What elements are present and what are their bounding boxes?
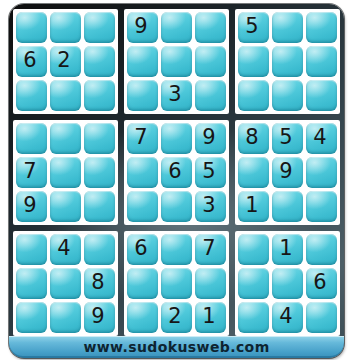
cell-r6c7[interactable]: 1 — [238, 191, 269, 222]
cell-r9c3[interactable]: 9 — [84, 302, 115, 333]
cell-r6c2[interactable] — [50, 191, 81, 222]
cell-r6c1[interactable]: 9 — [16, 191, 47, 222]
cell-r7c4[interactable]: 6 — [127, 234, 158, 265]
cell-r9c6[interactable]: 1 — [195, 302, 226, 333]
cell-r6c9[interactable] — [306, 191, 337, 222]
cell-r5c6[interactable]: 5 — [195, 157, 226, 188]
footer-bar: www.sudokusweb.com — [9, 336, 344, 358]
cell-r6c4[interactable] — [127, 191, 158, 222]
block-7: 489 — [13, 231, 118, 336]
cell-r1c3[interactable] — [84, 12, 115, 43]
cell-r8c8[interactable] — [272, 268, 303, 299]
cell-r4c3[interactable] — [84, 123, 115, 154]
cell-r4c7[interactable]: 8 — [238, 123, 269, 154]
cell-r3c5[interactable]: 3 — [161, 80, 192, 111]
cell-r2c9[interactable] — [306, 46, 337, 77]
cell-r2c1[interactable]: 6 — [16, 46, 47, 77]
cell-r9c5[interactable]: 2 — [161, 302, 192, 333]
block-9: 164 — [235, 231, 340, 336]
cell-r4c5[interactable] — [161, 123, 192, 154]
cell-r3c6[interactable] — [195, 80, 226, 111]
block-1: 62 — [13, 9, 118, 114]
cell-r9c1[interactable] — [16, 302, 47, 333]
block-5: 79653 — [124, 120, 229, 225]
cell-r2c4[interactable] — [127, 46, 158, 77]
sudoku-page: 629357979653854914896721164 www.sudokusw… — [0, 0, 350, 360]
cell-r8c5[interactable] — [161, 268, 192, 299]
block-6: 85491 — [235, 120, 340, 225]
cell-r8c6[interactable] — [195, 268, 226, 299]
cell-r3c8[interactable] — [272, 80, 303, 111]
cell-r5c5[interactable]: 6 — [161, 157, 192, 188]
cell-r8c3[interactable]: 8 — [84, 268, 115, 299]
cell-r9c8[interactable]: 4 — [272, 302, 303, 333]
cell-r1c6[interactable] — [195, 12, 226, 43]
cell-r1c4[interactable]: 9 — [127, 12, 158, 43]
cell-r7c9[interactable] — [306, 234, 337, 265]
cell-r5c1[interactable]: 7 — [16, 157, 47, 188]
cell-r7c1[interactable] — [16, 234, 47, 265]
cell-r2c8[interactable] — [272, 46, 303, 77]
cell-r8c9[interactable]: 6 — [306, 268, 337, 299]
cell-r7c2[interactable]: 4 — [50, 234, 81, 265]
cell-r7c5[interactable] — [161, 234, 192, 265]
cell-r5c4[interactable] — [127, 157, 158, 188]
sudoku-grid: 629357979653854914896721164 — [13, 9, 340, 336]
cell-r9c4[interactable] — [127, 302, 158, 333]
cell-r2c5[interactable] — [161, 46, 192, 77]
cell-r7c3[interactable] — [84, 234, 115, 265]
cell-r5c9[interactable] — [306, 157, 337, 188]
cell-r3c4[interactable] — [127, 80, 158, 111]
block-2: 93 — [124, 9, 229, 114]
cell-r5c8[interactable]: 9 — [272, 157, 303, 188]
cell-r8c7[interactable] — [238, 268, 269, 299]
cell-r2c7[interactable] — [238, 46, 269, 77]
cell-r9c7[interactable] — [238, 302, 269, 333]
cell-r4c6[interactable]: 9 — [195, 123, 226, 154]
cell-r2c3[interactable] — [84, 46, 115, 77]
cell-r4c2[interactable] — [50, 123, 81, 154]
cell-r1c8[interactable] — [272, 12, 303, 43]
cell-r1c9[interactable] — [306, 12, 337, 43]
cell-r9c2[interactable] — [50, 302, 81, 333]
cell-r3c3[interactable] — [84, 80, 115, 111]
cell-r8c2[interactable] — [50, 268, 81, 299]
cell-r5c2[interactable] — [50, 157, 81, 188]
cell-r6c8[interactable] — [272, 191, 303, 222]
sudoku-board: 629357979653854914896721164 www.sudokusw… — [9, 4, 344, 358]
cell-r4c1[interactable] — [16, 123, 47, 154]
cell-r6c3[interactable] — [84, 191, 115, 222]
cell-r1c7[interactable]: 5 — [238, 12, 269, 43]
cell-r5c3[interactable] — [84, 157, 115, 188]
cell-r3c7[interactable] — [238, 80, 269, 111]
cell-r1c1[interactable] — [16, 12, 47, 43]
cell-r6c6[interactable]: 3 — [195, 191, 226, 222]
cell-r6c5[interactable] — [161, 191, 192, 222]
cell-r8c4[interactable] — [127, 268, 158, 299]
cell-r4c9[interactable]: 4 — [306, 123, 337, 154]
cell-r4c8[interactable]: 5 — [272, 123, 303, 154]
cell-r9c9[interactable] — [306, 302, 337, 333]
cell-r3c2[interactable] — [50, 80, 81, 111]
cell-r3c1[interactable] — [16, 80, 47, 111]
cell-r4c4[interactable]: 7 — [127, 123, 158, 154]
block-4: 79 — [13, 120, 118, 225]
cell-r3c9[interactable] — [306, 80, 337, 111]
cell-r5c7[interactable] — [238, 157, 269, 188]
cell-r7c8[interactable]: 1 — [272, 234, 303, 265]
cell-r7c6[interactable]: 7 — [195, 234, 226, 265]
cell-r8c1[interactable] — [16, 268, 47, 299]
cell-r7c7[interactable] — [238, 234, 269, 265]
cell-r2c6[interactable] — [195, 46, 226, 77]
site-url: www.sudokusweb.com — [83, 339, 269, 355]
block-8: 6721 — [124, 231, 229, 336]
cell-r2c2[interactable]: 2 — [50, 46, 81, 77]
cell-r1c5[interactable] — [161, 12, 192, 43]
cell-r1c2[interactable] — [50, 12, 81, 43]
block-3: 5 — [235, 9, 340, 114]
